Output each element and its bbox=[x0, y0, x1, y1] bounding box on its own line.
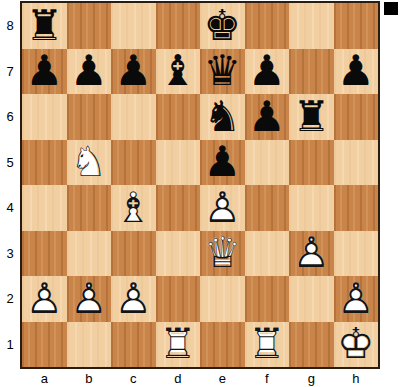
piece-glyph-layer: ♙ bbox=[289, 231, 334, 277]
black-rook[interactable]: ♜ bbox=[22, 3, 67, 49]
square-c2[interactable]: ♟♙ bbox=[111, 276, 156, 322]
square-h4[interactable] bbox=[334, 185, 379, 231]
black-pawn[interactable]: ♟ bbox=[111, 49, 156, 95]
square-a7[interactable]: ♟ bbox=[22, 49, 67, 95]
black-queen[interactable]: ♛ bbox=[200, 49, 245, 95]
white-rook[interactable]: ♜♖ bbox=[156, 322, 201, 368]
piece-glyph-layer: ♙ bbox=[111, 276, 156, 322]
black-pawn[interactable]: ♟ bbox=[245, 49, 290, 95]
square-f2[interactable] bbox=[245, 276, 290, 322]
piece-glyph-layer: ♟ bbox=[245, 94, 290, 140]
square-b3[interactable] bbox=[67, 231, 112, 277]
black-knight[interactable]: ♞ bbox=[200, 94, 245, 140]
piece-glyph-layer: ♟ bbox=[200, 140, 245, 186]
piece-glyph-layer: ♖ bbox=[156, 322, 201, 368]
square-h8[interactable] bbox=[334, 3, 379, 49]
white-pawn[interactable]: ♟♙ bbox=[334, 276, 379, 322]
file-label: e bbox=[200, 370, 245, 386]
square-c6[interactable] bbox=[111, 94, 156, 140]
black-pawn[interactable]: ♟ bbox=[67, 49, 112, 95]
square-b5[interactable]: ♞♘ bbox=[67, 140, 112, 186]
square-e7[interactable]: ♛ bbox=[200, 49, 245, 95]
square-a5[interactable] bbox=[22, 140, 67, 186]
square-b6[interactable] bbox=[67, 94, 112, 140]
file-label: a bbox=[22, 370, 67, 386]
piece-glyph-layer: ♙ bbox=[334, 276, 379, 322]
rank-label: 3 bbox=[0, 231, 20, 277]
file-label: c bbox=[111, 370, 156, 386]
square-d4[interactable] bbox=[156, 185, 201, 231]
square-a2[interactable]: ♟♙ bbox=[22, 276, 67, 322]
piece-glyph-layer: ♙ bbox=[200, 185, 245, 231]
square-b1[interactable] bbox=[67, 322, 112, 368]
square-a4[interactable] bbox=[22, 185, 67, 231]
square-g6[interactable]: ♜ bbox=[289, 94, 334, 140]
piece-glyph-layer: ♘ bbox=[67, 140, 112, 186]
square-f5[interactable] bbox=[245, 140, 290, 186]
square-d8[interactable] bbox=[156, 3, 201, 49]
square-a1[interactable] bbox=[22, 322, 67, 368]
black-king[interactable]: ♚ bbox=[200, 3, 245, 49]
rank-label: 8 bbox=[0, 3, 20, 49]
white-bishop[interactable]: ♝♗ bbox=[111, 185, 156, 231]
square-b2[interactable]: ♟♙ bbox=[67, 276, 112, 322]
square-g1[interactable] bbox=[289, 322, 334, 368]
square-c5[interactable] bbox=[111, 140, 156, 186]
square-a3[interactable] bbox=[22, 231, 67, 277]
piece-glyph-layer: ♛ bbox=[200, 49, 245, 95]
square-c8[interactable] bbox=[111, 3, 156, 49]
square-f7[interactable]: ♟ bbox=[245, 49, 290, 95]
square-g7[interactable] bbox=[289, 49, 334, 95]
white-pawn[interactable]: ♟♙ bbox=[289, 231, 334, 277]
square-e6[interactable]: ♞ bbox=[200, 94, 245, 140]
file-label: g bbox=[289, 370, 334, 386]
piece-glyph-layer: ♙ bbox=[67, 276, 112, 322]
white-pawn[interactable]: ♟♙ bbox=[111, 276, 156, 322]
piece-glyph-layer: ♝ bbox=[156, 49, 201, 95]
square-d6[interactable] bbox=[156, 94, 201, 140]
file-label: h bbox=[334, 370, 379, 386]
piece-glyph-layer: ♗ bbox=[111, 185, 156, 231]
square-h2[interactable]: ♟♙ bbox=[334, 276, 379, 322]
file-labels: a b c d e f g h bbox=[22, 370, 378, 386]
black-pawn[interactable]: ♟ bbox=[22, 49, 67, 95]
square-h1[interactable]: ♚♔ bbox=[334, 322, 379, 368]
square-b8[interactable] bbox=[67, 3, 112, 49]
square-e5[interactable]: ♟ bbox=[200, 140, 245, 186]
chess-diagram: 8 7 6 5 4 3 2 1 ♜♚♟♟♟♝♛♟♟♞♟♜♞♘♟♝♗♟♙♛♕♟♙♟… bbox=[0, 0, 400, 387]
square-c1[interactable] bbox=[111, 322, 156, 368]
white-pawn[interactable]: ♟♙ bbox=[67, 276, 112, 322]
square-f1[interactable]: ♜♖ bbox=[245, 322, 290, 368]
black-pawn[interactable]: ♟ bbox=[200, 140, 245, 186]
white-pawn[interactable]: ♟♙ bbox=[200, 185, 245, 231]
piece-glyph-layer: ♟ bbox=[67, 49, 112, 95]
rank-label: 6 bbox=[0, 94, 20, 140]
file-label: f bbox=[245, 370, 290, 386]
white-knight[interactable]: ♞♘ bbox=[67, 140, 112, 186]
square-e1[interactable] bbox=[200, 322, 245, 368]
square-f4[interactable] bbox=[245, 185, 290, 231]
white-pawn[interactable]: ♟♙ bbox=[22, 276, 67, 322]
black-pawn[interactable]: ♟ bbox=[245, 94, 290, 140]
square-c7[interactable]: ♟ bbox=[111, 49, 156, 95]
square-d5[interactable] bbox=[156, 140, 201, 186]
rank-label: 2 bbox=[0, 276, 20, 322]
square-h5[interactable] bbox=[334, 140, 379, 186]
chess-board: ♜♚♟♟♟♝♛♟♟♞♟♜♞♘♟♝♗♟♙♛♕♟♙♟♙♟♙♟♙♟♙♜♖♜♖♚♔ bbox=[20, 1, 380, 369]
piece-glyph-layer: ♟ bbox=[334, 49, 379, 95]
piece-glyph-layer: ♞ bbox=[200, 94, 245, 140]
square-b4[interactable] bbox=[67, 185, 112, 231]
square-a6[interactable] bbox=[22, 94, 67, 140]
rank-label: 4 bbox=[0, 185, 20, 231]
square-e8[interactable]: ♚ bbox=[200, 3, 245, 49]
square-f6[interactable]: ♟ bbox=[245, 94, 290, 140]
black-rook[interactable]: ♜ bbox=[289, 94, 334, 140]
square-e4[interactable]: ♟♙ bbox=[200, 185, 245, 231]
black-bishop[interactable]: ♝ bbox=[156, 49, 201, 95]
file-label: d bbox=[156, 370, 201, 386]
square-d3[interactable] bbox=[156, 231, 201, 277]
square-d1[interactable]: ♜♖ bbox=[156, 322, 201, 368]
square-a8[interactable]: ♜ bbox=[22, 3, 67, 49]
square-h6[interactable] bbox=[334, 94, 379, 140]
square-h3[interactable] bbox=[334, 231, 379, 277]
square-g8[interactable] bbox=[289, 3, 334, 49]
square-f3[interactable] bbox=[245, 231, 290, 277]
square-g4[interactable] bbox=[289, 185, 334, 231]
square-f8[interactable] bbox=[245, 3, 290, 49]
white-king[interactable]: ♚♔ bbox=[334, 322, 379, 368]
black-to-move-indicator bbox=[384, 2, 398, 15]
square-d7[interactable]: ♝ bbox=[156, 49, 201, 95]
rank-label: 5 bbox=[0, 140, 20, 186]
piece-glyph-layer: ♜ bbox=[289, 94, 334, 140]
piece-glyph-layer: ♚ bbox=[200, 3, 245, 49]
black-pawn[interactable]: ♟ bbox=[334, 49, 379, 95]
rank-label: 7 bbox=[0, 49, 20, 95]
square-b7[interactable]: ♟ bbox=[67, 49, 112, 95]
square-c4[interactable]: ♝♗ bbox=[111, 185, 156, 231]
square-e3[interactable]: ♛♕ bbox=[200, 231, 245, 277]
square-g3[interactable]: ♟♙ bbox=[289, 231, 334, 277]
square-g5[interactable] bbox=[289, 140, 334, 186]
square-d2[interactable] bbox=[156, 276, 201, 322]
piece-glyph-layer: ♟ bbox=[22, 49, 67, 95]
square-g2[interactable] bbox=[289, 276, 334, 322]
piece-glyph-layer: ♙ bbox=[22, 276, 67, 322]
square-e2[interactable] bbox=[200, 276, 245, 322]
piece-glyph-layer: ♖ bbox=[245, 322, 290, 368]
piece-glyph-layer: ♜ bbox=[22, 3, 67, 49]
piece-glyph-layer: ♟ bbox=[111, 49, 156, 95]
piece-glyph-layer: ♕ bbox=[200, 231, 245, 277]
square-h7[interactable]: ♟ bbox=[334, 49, 379, 95]
rank-labels: 8 7 6 5 4 3 2 1 bbox=[0, 3, 20, 367]
piece-glyph-layer: ♔ bbox=[334, 322, 379, 368]
square-c3[interactable] bbox=[111, 231, 156, 277]
file-label: b bbox=[67, 370, 112, 386]
rank-label: 1 bbox=[0, 322, 20, 368]
white-rook[interactable]: ♜♖ bbox=[245, 322, 290, 368]
white-queen[interactable]: ♛♕ bbox=[200, 231, 245, 277]
piece-glyph-layer: ♟ bbox=[245, 49, 290, 95]
